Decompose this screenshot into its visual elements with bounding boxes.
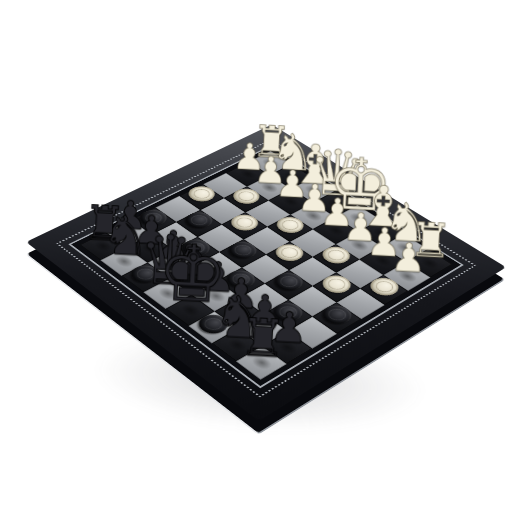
product-photo-stage: ♜♞♝♛♚♝♞♜♟♟♟♟♟♟♟♟♟♟♟♟♟♟♟♟♜♞♛♚♞♜ [0,0,511,511]
scene: ♜♞♝♛♚♝♞♜♟♟♟♟♟♟♟♟♟♟♟♟♟♟♟♟♜♞♛♚♞♜ [0,0,511,511]
playing-surface: ♜♞♝♛♚♝♞♜♟♟♟♟♟♟♟♟♟♟♟♟♟♟♟♟♜♞♛♚♞♜ [68,145,463,388]
board-frame: ♜♞♝♛♚♝♞♜♟♟♟♟♟♟♟♟♟♟♟♟♟♟♟♟♜♞♛♚♞♜ [26,124,506,420]
board-grid: ♜♞♝♛♚♝♞♜♟♟♟♟♟♟♟♟♟♟♟♟♟♟♟♟♜♞♛♚♞♜ [80,151,453,380]
black-rook[interactable]: ♜ [238,313,286,364]
square-h1[interactable]: ♜ [236,346,287,380]
white-pawn[interactable]: ♟ [389,238,426,277]
